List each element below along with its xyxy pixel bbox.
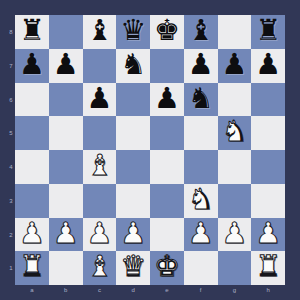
- square-b6[interactable]: [49, 83, 83, 117]
- rank-label-3: 3: [7, 198, 15, 204]
- chess-board: ♜♝♛♚♝♜♟♟♞♟♟♟♟♟♞♞♝♞♟♟♟♟♟♟♟♜♝♛♚♜: [15, 15, 285, 285]
- file-label-b: b: [49, 287, 83, 293]
- square-g3[interactable]: [218, 184, 252, 218]
- square-g2[interactable]: ♟: [218, 218, 252, 252]
- piece-black-pawn[interactable]: ♟: [221, 49, 247, 82]
- square-a8[interactable]: ♜: [15, 15, 49, 49]
- square-f8[interactable]: ♝: [184, 15, 218, 49]
- piece-black-rook[interactable]: ♜: [255, 15, 281, 48]
- square-h7[interactable]: ♟: [251, 49, 285, 83]
- square-d8[interactable]: ♛: [116, 15, 150, 49]
- chess-board-frame: ♜♝♛♚♝♜♟♟♞♟♟♟♟♟♞♞♝♞♟♟♟♟♟♟♟♜♝♛♚♜ 87654321a…: [0, 0, 300, 300]
- square-a3[interactable]: [15, 184, 49, 218]
- file-label-d: d: [116, 287, 150, 293]
- square-g8[interactable]: [218, 15, 252, 49]
- square-e6[interactable]: ♟: [150, 83, 184, 117]
- piece-black-pawn[interactable]: ♟: [255, 49, 281, 82]
- piece-black-pawn[interactable]: ♟: [19, 49, 45, 82]
- rank-label-1: 1: [7, 265, 15, 271]
- square-d2[interactable]: ♟: [116, 218, 150, 252]
- square-a5[interactable]: [15, 116, 49, 150]
- rank-label-8: 8: [7, 29, 15, 35]
- square-e3[interactable]: [150, 184, 184, 218]
- square-e5[interactable]: [150, 116, 184, 150]
- piece-black-rook[interactable]: ♜: [19, 15, 45, 48]
- square-h1[interactable]: ♜: [251, 251, 285, 285]
- square-e8[interactable]: ♚: [150, 15, 184, 49]
- square-d7[interactable]: ♞: [116, 49, 150, 83]
- piece-white-pawn[interactable]: ♟: [53, 218, 79, 251]
- piece-white-knight[interactable]: ♞: [188, 184, 214, 217]
- square-d5[interactable]: [116, 116, 150, 150]
- square-f5[interactable]: [184, 116, 218, 150]
- piece-black-pawn[interactable]: ♟: [86, 83, 112, 116]
- square-f6[interactable]: ♞: [184, 83, 218, 117]
- square-c8[interactable]: ♝: [83, 15, 117, 49]
- square-g1[interactable]: [218, 251, 252, 285]
- square-h3[interactable]: [251, 184, 285, 218]
- square-h4[interactable]: [251, 150, 285, 184]
- piece-white-bishop[interactable]: ♝: [86, 251, 112, 284]
- piece-white-rook[interactable]: ♜: [255, 251, 281, 284]
- square-a1[interactable]: ♜: [15, 251, 49, 285]
- piece-black-bishop[interactable]: ♝: [188, 15, 214, 48]
- square-d4[interactable]: [116, 150, 150, 184]
- piece-black-pawn[interactable]: ♟: [53, 49, 79, 82]
- piece-white-pawn[interactable]: ♟: [255, 218, 281, 251]
- square-f2[interactable]: ♟: [184, 218, 218, 252]
- file-label-g: g: [218, 287, 252, 293]
- square-f3[interactable]: ♞: [184, 184, 218, 218]
- square-d3[interactable]: [116, 184, 150, 218]
- square-f1[interactable]: [184, 251, 218, 285]
- rank-label-7: 7: [7, 63, 15, 69]
- square-c6[interactable]: ♟: [83, 83, 117, 117]
- square-e1[interactable]: ♚: [150, 251, 184, 285]
- piece-white-pawn[interactable]: ♟: [86, 218, 112, 251]
- square-f4[interactable]: [184, 150, 218, 184]
- square-c5[interactable]: [83, 116, 117, 150]
- square-c3[interactable]: [83, 184, 117, 218]
- piece-white-pawn[interactable]: ♟: [19, 218, 45, 251]
- piece-white-bishop[interactable]: ♝: [86, 150, 112, 183]
- square-d6[interactable]: [116, 83, 150, 117]
- square-a7[interactable]: ♟: [15, 49, 49, 83]
- square-g6[interactable]: [218, 83, 252, 117]
- square-a4[interactable]: [15, 150, 49, 184]
- square-c4[interactable]: ♝: [83, 150, 117, 184]
- square-h6[interactable]: [251, 83, 285, 117]
- file-label-e: e: [150, 287, 184, 293]
- square-e7[interactable]: [150, 49, 184, 83]
- file-label-f: f: [184, 287, 218, 293]
- piece-white-pawn[interactable]: ♟: [221, 218, 247, 251]
- piece-black-bishop[interactable]: ♝: [86, 15, 112, 48]
- piece-black-king[interactable]: ♚: [154, 15, 180, 48]
- file-label-c: c: [83, 287, 117, 293]
- square-a2[interactable]: ♟: [15, 218, 49, 252]
- square-c2[interactable]: ♟: [83, 218, 117, 252]
- square-f7[interactable]: ♟: [184, 49, 218, 83]
- square-b3[interactable]: [49, 184, 83, 218]
- square-e4[interactable]: [150, 150, 184, 184]
- square-h8[interactable]: ♜: [251, 15, 285, 49]
- file-label-h: h: [251, 287, 285, 293]
- square-e2[interactable]: [150, 218, 184, 252]
- square-g4[interactable]: [218, 150, 252, 184]
- square-b2[interactable]: ♟: [49, 218, 83, 252]
- square-b8[interactable]: [49, 15, 83, 49]
- piece-white-rook[interactable]: ♜: [19, 251, 45, 284]
- rank-label-4: 4: [7, 164, 15, 170]
- square-b1[interactable]: [49, 251, 83, 285]
- square-h5[interactable]: [251, 116, 285, 150]
- piece-black-knight[interactable]: ♞: [188, 83, 214, 116]
- rank-label-2: 2: [7, 232, 15, 238]
- rank-label-6: 6: [7, 97, 15, 103]
- piece-white-pawn[interactable]: ♟: [120, 218, 146, 251]
- square-a6[interactable]: [15, 83, 49, 117]
- square-h2[interactable]: ♟: [251, 218, 285, 252]
- square-c1[interactable]: ♝: [83, 251, 117, 285]
- square-c7[interactable]: [83, 49, 117, 83]
- piece-white-knight[interactable]: ♞: [221, 116, 247, 149]
- square-g7[interactable]: ♟: [218, 49, 252, 83]
- piece-black-knight[interactable]: ♞: [120, 49, 146, 82]
- square-b4[interactable]: [49, 150, 83, 184]
- rank-label-5: 5: [7, 130, 15, 136]
- piece-white-pawn[interactable]: ♟: [188, 218, 214, 251]
- piece-black-pawn[interactable]: ♟: [154, 83, 180, 116]
- square-g5[interactable]: ♞: [218, 116, 252, 150]
- square-b5[interactable]: [49, 116, 83, 150]
- piece-white-queen[interactable]: ♛: [120, 251, 146, 284]
- piece-black-queen[interactable]: ♛: [120, 15, 146, 48]
- square-d1[interactable]: ♛: [116, 251, 150, 285]
- square-b7[interactable]: ♟: [49, 49, 83, 83]
- piece-white-king[interactable]: ♚: [154, 251, 180, 284]
- piece-black-pawn[interactable]: ♟: [188, 49, 214, 82]
- file-label-a: a: [15, 287, 49, 293]
